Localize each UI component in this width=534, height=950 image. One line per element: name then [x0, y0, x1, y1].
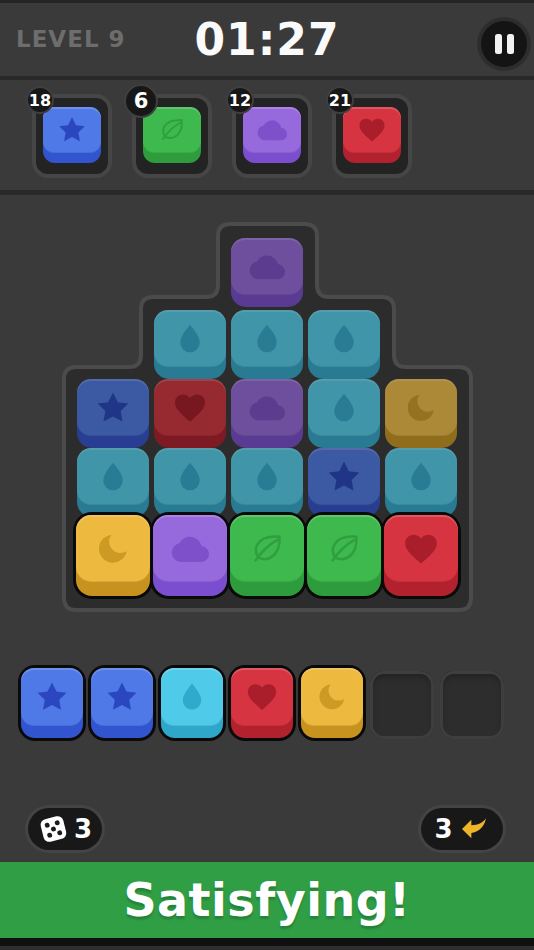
board-block-r3c2-heart: [154, 379, 226, 448]
board-block-r4c5-drop: [385, 448, 457, 517]
tray-slot-4: [230, 671, 294, 739]
block-face: [308, 379, 380, 436]
board-block-r5c1-moon[interactable]: [76, 515, 150, 596]
star-icon: [95, 390, 131, 426]
tray-slot-1: [20, 671, 84, 739]
goal-count-heart: 21: [326, 86, 354, 114]
board-block-r2c3-drop: [231, 310, 303, 379]
block-face: [308, 310, 380, 367]
water-drop-icon: [172, 459, 208, 495]
undo-button[interactable]: 3: [421, 808, 503, 850]
block-face: [384, 515, 458, 582]
block-face: [231, 668, 293, 726]
cloud-icon: [257, 115, 287, 145]
board-block-r3c5-moon: [385, 379, 457, 448]
board-block-r5c4-leaf[interactable]: [307, 515, 381, 596]
water-drop-icon: [95, 459, 131, 495]
goal-count-leaf: 6: [124, 84, 158, 118]
block-face: [385, 379, 457, 436]
water-drop-icon: [175, 680, 209, 714]
block-face: [301, 668, 363, 726]
tray-block-5-moon: [301, 668, 363, 738]
block-face: [76, 515, 150, 582]
goal-block-heart: [343, 107, 401, 163]
tray-block-4-heart: [231, 668, 293, 738]
banner: Satisfying!: [0, 862, 534, 938]
dice-button[interactable]: 3: [28, 808, 102, 850]
tray-block-2-star: [91, 668, 153, 738]
block-face: [21, 668, 83, 726]
block-face: [243, 107, 301, 153]
board-block-r3c4-drop: [308, 379, 380, 448]
heart-icon: [357, 115, 387, 145]
block-face: [307, 515, 381, 582]
goal-slot-star: 18: [32, 94, 112, 178]
cloud-icon: [249, 390, 285, 426]
tray-block-3-drop: [161, 668, 223, 738]
dice-count: 3: [74, 814, 92, 844]
star-icon: [326, 459, 362, 495]
banner-text: Satisfying!: [123, 873, 410, 927]
board-block-r2c2-drop: [154, 310, 226, 379]
board-block-r4c1-drop: [77, 448, 149, 517]
board-block-r4c3-drop: [231, 448, 303, 517]
moon-icon: [315, 680, 349, 714]
goal-block-cloud: [243, 107, 301, 163]
heart-icon: [245, 680, 279, 714]
tray-slot-3: [160, 671, 224, 739]
tray-block-1-star: [21, 668, 83, 738]
block-face: [91, 668, 153, 726]
cloud-icon: [171, 530, 209, 568]
undo-arrow-icon: [458, 813, 490, 845]
tray-slot-5: [300, 671, 364, 739]
board-block-r2c4-drop: [308, 310, 380, 379]
block-face: [154, 448, 226, 505]
pause-icon: [507, 34, 514, 54]
board-block-r4c2-drop: [154, 448, 226, 517]
board-block-r5c2-cloud[interactable]: [153, 515, 227, 596]
water-drop-icon: [172, 321, 208, 357]
goal-slot-leaf: 6: [132, 94, 212, 178]
block-face: [154, 310, 226, 367]
tray-row: [20, 671, 510, 739]
pause-icon: [495, 34, 502, 54]
board-block-r3c1-star: [77, 379, 149, 448]
block-face: [231, 448, 303, 505]
block-face: [43, 107, 101, 153]
block-face: [231, 238, 303, 295]
heart-icon: [402, 530, 440, 568]
goal-count-cloud: 12: [226, 86, 254, 114]
star-icon: [105, 680, 139, 714]
cloud-icon: [249, 249, 285, 285]
goal-slot-cloud: 12: [232, 94, 312, 178]
topbar-divider: [0, 76, 534, 80]
tray-slot-7: [440, 671, 504, 739]
top-bar: LEVEL 9 01:27: [0, 0, 534, 78]
goal-count-star: 18: [26, 86, 54, 114]
heart-icon: [172, 390, 208, 426]
undo-count: 3: [434, 814, 452, 844]
star-icon: [35, 680, 69, 714]
water-drop-icon: [326, 390, 362, 426]
goals-divider: [0, 190, 534, 195]
goal-block-leaf: [143, 107, 201, 163]
board-block-r1c3-cloud: [231, 238, 303, 307]
block-face: [154, 379, 226, 436]
water-drop-icon: [249, 459, 285, 495]
timer: 01:27: [0, 14, 534, 65]
tray-slot-6: [370, 671, 434, 739]
board-block-r5c3-leaf[interactable]: [230, 515, 304, 596]
goal-targets-row: 1861221: [32, 94, 432, 178]
leaf-icon: [248, 530, 286, 568]
block-face: [77, 379, 149, 436]
block-face: [77, 448, 149, 505]
pause-button[interactable]: [481, 21, 527, 67]
goal-block-star: [43, 107, 101, 163]
dice-icon: [38, 812, 69, 846]
block-face: [161, 668, 223, 726]
water-drop-icon: [326, 321, 362, 357]
bottom-strip: [0, 938, 534, 950]
tray-slot-2: [90, 671, 154, 739]
leaf-icon: [157, 115, 187, 145]
leaf-icon: [325, 530, 363, 568]
block-face: [230, 515, 304, 582]
block-face: [385, 448, 457, 505]
water-drop-icon: [249, 321, 285, 357]
board-block-r4c4-star: [308, 448, 380, 517]
goal-slot-heart: 21: [332, 94, 412, 178]
block-face: [231, 379, 303, 436]
star-icon: [57, 115, 87, 145]
game-screen: LEVEL 9 01:27 1861221 3 3: [0, 0, 534, 950]
block-face: [308, 448, 380, 505]
block-face: [153, 515, 227, 582]
board-block-r3c3-cloud: [231, 379, 303, 448]
moon-icon: [94, 530, 132, 568]
board-grid: [75, 238, 460, 602]
block-face: [231, 310, 303, 367]
block-face: [343, 107, 401, 153]
board-block-r5c5-heart[interactable]: [384, 515, 458, 596]
moon-icon: [403, 390, 439, 426]
water-drop-icon: [403, 459, 439, 495]
